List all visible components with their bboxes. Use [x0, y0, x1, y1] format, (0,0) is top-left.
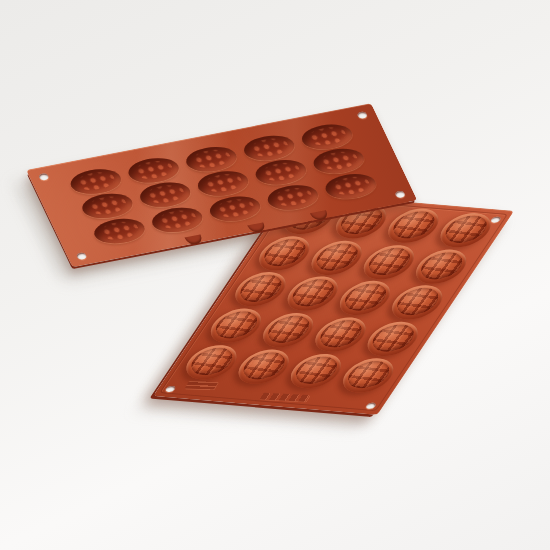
waffle-grid-pattern — [313, 319, 368, 349]
waffle-cavity — [193, 168, 253, 200]
waffle-cavity — [135, 179, 195, 211]
waffle-relief-disc — [355, 243, 422, 281]
cavity-inner-shadow — [135, 179, 195, 211]
waffle-grid-pattern — [261, 314, 316, 344]
waffle-grid-pattern — [289, 355, 344, 385]
waffle-grid-pattern — [341, 359, 396, 389]
embossed-logo — [185, 381, 219, 390]
waffle-relief-disc — [307, 316, 374, 354]
waffle-relief-disc — [230, 348, 297, 386]
product-photo — [0, 0, 550, 550]
waffle-grid-pattern — [414, 251, 469, 281]
waffle-grid-pattern — [285, 278, 340, 308]
waffle-grid-pattern — [257, 237, 312, 267]
waffle-grid-pattern — [438, 214, 493, 244]
waffle-grid-pattern — [209, 310, 264, 340]
waffle-grid-pattern — [362, 246, 417, 276]
waffle-cavity — [309, 145, 369, 177]
waffle-grid-pattern — [386, 210, 441, 240]
waffle-grid-pattern — [237, 350, 292, 380]
waffle-grid-pattern — [366, 323, 421, 353]
waffle-relief-disc — [380, 207, 447, 245]
waffle-grid-pattern — [310, 242, 365, 272]
waffle-cavity — [77, 190, 137, 222]
waffle-relief-disc — [282, 352, 349, 390]
waffle-grid-pattern — [338, 282, 393, 312]
waffle-relief-disc — [254, 311, 321, 349]
cavity-inner-shadow — [251, 157, 311, 189]
waffle-grid-pattern — [185, 346, 240, 376]
waffle-relief-disc — [279, 275, 346, 313]
cavity-inner-shadow — [77, 190, 137, 222]
waffle-grid-pattern — [390, 287, 445, 317]
waffle-cavity — [251, 157, 311, 189]
waffle-relief-disc — [331, 280, 398, 318]
cavity-inner-shadow — [309, 145, 369, 177]
cavity-inner-shadow — [193, 168, 253, 200]
waffle-grid-pattern — [233, 274, 288, 304]
waffle-relief-disc — [303, 239, 370, 277]
